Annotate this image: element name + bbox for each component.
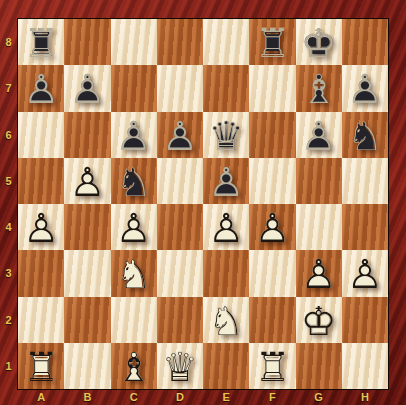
file-label-a: A [18, 389, 64, 405]
white-pawn[interactable]: ♟♙ [18, 204, 64, 250]
white-knight[interactable]: ♞♘ [111, 250, 157, 296]
pawn-glyph-outline: ♙ [157, 112, 203, 158]
square-d6[interactable]: ♟♙ [157, 112, 203, 158]
black-pawn[interactable]: ♟♙ [18, 65, 64, 111]
square-a1[interactable]: ♜♖ [18, 343, 64, 389]
pawn-glyph-outline: ♙ [203, 158, 249, 204]
pawn-glyph-outline: ♙ [64, 65, 110, 111]
chess-board: ♜♖♜♖♚♔♟♙♟♙♝♗♟♙♟♙♟♙♛♕♟♙♞♘♟♙♞♘♟♙♟♙♟♙♟♙♟♙♞♘… [17, 18, 389, 390]
pawn-glyph-outline: ♙ [111, 204, 157, 250]
square-a2[interactable] [18, 297, 64, 343]
black-bishop[interactable]: ♝♗ [296, 65, 342, 111]
square-f5[interactable] [249, 158, 295, 204]
file-label-f: F [249, 389, 295, 405]
white-pawn[interactable]: ♟♙ [203, 204, 249, 250]
rank-label-5: 5 [0, 158, 17, 204]
square-c8[interactable] [111, 19, 157, 65]
file-label-h: H [342, 389, 388, 405]
square-f3[interactable] [249, 250, 295, 296]
knight-glyph-outline: ♘ [203, 297, 249, 343]
white-bishop[interactable]: ♝♗ [111, 343, 157, 389]
square-c1[interactable]: ♝♗ [111, 343, 157, 389]
square-a4[interactable]: ♟♙ [18, 204, 64, 250]
pawn-glyph-outline: ♙ [64, 158, 110, 204]
file-label-d: D [157, 389, 203, 405]
black-king[interactable]: ♚♔ [296, 19, 342, 65]
knight-glyph-outline: ♘ [111, 158, 157, 204]
white-pawn[interactable]: ♟♙ [111, 204, 157, 250]
square-h4[interactable] [342, 204, 388, 250]
rank-label-1: 1 [0, 343, 17, 389]
white-queen[interactable]: ♛♕ [157, 343, 203, 389]
square-a6[interactable] [18, 112, 64, 158]
queen-glyph-outline: ♕ [203, 112, 249, 158]
square-g4[interactable] [296, 204, 342, 250]
square-f1[interactable]: ♜♖ [249, 343, 295, 389]
black-pawn[interactable]: ♟♙ [342, 65, 388, 111]
rank-label-7: 7 [0, 65, 17, 111]
pawn-glyph-outline: ♙ [342, 65, 388, 111]
pawn-glyph-outline: ♙ [18, 65, 64, 111]
square-c2[interactable] [111, 297, 157, 343]
white-king[interactable]: ♚♔ [296, 297, 342, 343]
black-queen[interactable]: ♛♕ [203, 112, 249, 158]
square-a8[interactable]: ♜♖ [18, 19, 64, 65]
square-c6[interactable]: ♟♙ [111, 112, 157, 158]
square-e5[interactable]: ♟♙ [203, 158, 249, 204]
king-glyph-outline: ♔ [296, 297, 342, 343]
rank-label-8: 8 [0, 19, 17, 65]
square-e1[interactable] [203, 343, 249, 389]
white-rook[interactable]: ♜♖ [249, 343, 295, 389]
square-e8[interactable] [203, 19, 249, 65]
square-e7[interactable] [203, 65, 249, 111]
pawn-glyph-outline: ♙ [342, 250, 388, 296]
square-d3[interactable] [157, 250, 203, 296]
square-a7[interactable]: ♟♙ [18, 65, 64, 111]
knight-glyph-outline: ♘ [342, 112, 388, 158]
square-f2[interactable] [249, 297, 295, 343]
file-label-e: E [203, 389, 249, 405]
black-pawn[interactable]: ♟♙ [64, 65, 110, 111]
square-d2[interactable] [157, 297, 203, 343]
pawn-glyph-outline: ♙ [203, 204, 249, 250]
black-pawn[interactable]: ♟♙ [296, 112, 342, 158]
square-c4[interactable]: ♟♙ [111, 204, 157, 250]
square-f7[interactable] [249, 65, 295, 111]
square-b6[interactable] [64, 112, 110, 158]
square-h1[interactable] [342, 343, 388, 389]
rook-glyph-outline: ♖ [18, 19, 64, 65]
square-a3[interactable] [18, 250, 64, 296]
king-glyph-outline: ♔ [296, 19, 342, 65]
square-c7[interactable] [111, 65, 157, 111]
square-h2[interactable] [342, 297, 388, 343]
pawn-glyph-outline: ♙ [296, 112, 342, 158]
square-h6[interactable]: ♞♘ [342, 112, 388, 158]
square-b8[interactable] [64, 19, 110, 65]
square-b7[interactable]: ♟♙ [64, 65, 110, 111]
square-h3[interactable]: ♟♙ [342, 250, 388, 296]
white-pawn[interactable]: ♟♙ [249, 204, 295, 250]
square-e3[interactable] [203, 250, 249, 296]
square-g7[interactable]: ♝♗ [296, 65, 342, 111]
rook-glyph-outline: ♖ [18, 343, 64, 389]
pawn-glyph-outline: ♙ [18, 204, 64, 250]
square-a5[interactable] [18, 158, 64, 204]
black-pawn[interactable]: ♟♙ [203, 158, 249, 204]
white-pawn[interactable]: ♟♙ [342, 250, 388, 296]
white-rook[interactable]: ♜♖ [18, 343, 64, 389]
rank-label-3: 3 [0, 250, 17, 296]
square-b5[interactable]: ♟♙ [64, 158, 110, 204]
square-d1[interactable]: ♛♕ [157, 343, 203, 389]
chessboard-frame: 87654321 ABCDEFGH ♜♖♜♖♚♔♟♙♟♙♝♗♟♙♟♙♟♙♛♕♟♙… [0, 0, 406, 405]
square-g2[interactable]: ♚♔ [296, 297, 342, 343]
rook-glyph-outline: ♖ [249, 343, 295, 389]
rank-label-2: 2 [0, 297, 17, 343]
square-f8[interactable]: ♜♖ [249, 19, 295, 65]
square-b4[interactable] [64, 204, 110, 250]
bishop-glyph-outline: ♗ [111, 343, 157, 389]
square-g8[interactable]: ♚♔ [296, 19, 342, 65]
file-labels: ABCDEFGH [18, 389, 388, 405]
square-e4[interactable]: ♟♙ [203, 204, 249, 250]
white-pawn[interactable]: ♟♙ [296, 250, 342, 296]
knight-glyph-outline: ♘ [111, 250, 157, 296]
square-b2[interactable] [64, 297, 110, 343]
square-d4[interactable] [157, 204, 203, 250]
black-rook[interactable]: ♜♖ [249, 19, 295, 65]
square-d5[interactable] [157, 158, 203, 204]
black-pawn[interactable]: ♟♙ [157, 112, 203, 158]
black-pawn[interactable]: ♟♙ [111, 112, 157, 158]
rank-labels: 87654321 [0, 19, 17, 389]
rook-glyph-outline: ♖ [249, 19, 295, 65]
black-rook[interactable]: ♜♖ [18, 19, 64, 65]
square-f4[interactable]: ♟♙ [249, 204, 295, 250]
square-d8[interactable] [157, 19, 203, 65]
rank-label-6: 6 [0, 112, 17, 158]
black-knight[interactable]: ♞♘ [342, 112, 388, 158]
file-label-c: C [111, 389, 157, 405]
square-d7[interactable] [157, 65, 203, 111]
square-h7[interactable]: ♟♙ [342, 65, 388, 111]
square-f6[interactable] [249, 112, 295, 158]
square-e6[interactable]: ♛♕ [203, 112, 249, 158]
square-e2[interactable]: ♞♘ [203, 297, 249, 343]
queen-glyph-outline: ♕ [157, 343, 203, 389]
square-g1[interactable] [296, 343, 342, 389]
square-g3[interactable]: ♟♙ [296, 250, 342, 296]
bishop-glyph-outline: ♗ [296, 65, 342, 111]
pawn-glyph-outline: ♙ [296, 250, 342, 296]
white-pawn[interactable]: ♟♙ [64, 158, 110, 204]
square-b3[interactable] [64, 250, 110, 296]
square-c5[interactable]: ♞♘ [111, 158, 157, 204]
square-b1[interactable] [64, 343, 110, 389]
rank-label-4: 4 [0, 204, 17, 250]
pawn-glyph-outline: ♙ [249, 204, 295, 250]
square-c3[interactable]: ♞♘ [111, 250, 157, 296]
square-h5[interactable] [342, 158, 388, 204]
square-g6[interactable]: ♟♙ [296, 112, 342, 158]
black-knight[interactable]: ♞♘ [111, 158, 157, 204]
file-label-b: B [64, 389, 110, 405]
pawn-glyph-outline: ♙ [111, 112, 157, 158]
file-label-g: G [296, 389, 342, 405]
square-g5[interactable] [296, 158, 342, 204]
square-h8[interactable] [342, 19, 388, 65]
white-knight[interactable]: ♞♘ [203, 297, 249, 343]
